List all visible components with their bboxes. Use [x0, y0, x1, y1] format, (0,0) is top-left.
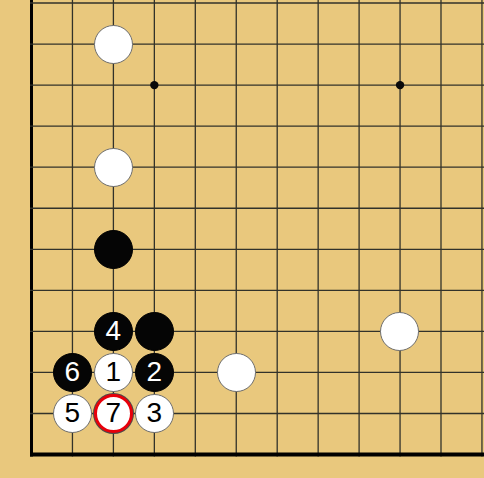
stone-white — [217, 353, 256, 392]
stone-white-move-7-last-move-red-circle: 7 — [94, 394, 133, 433]
stone-white — [94, 25, 133, 64]
stone-black — [135, 312, 174, 351]
stone-black — [94, 230, 133, 269]
go-diagram-screenshot: 4612573 — [0, 0, 484, 478]
go-board[interactable]: 4612573 — [11, 0, 484, 475]
stone-white-move-5: 5 — [53, 394, 92, 433]
stone-white — [380, 312, 419, 351]
stone-black-move-2: 2 — [135, 353, 174, 392]
stone-white-move-1: 1 — [94, 353, 133, 392]
stone-white-move-3: 3 — [135, 394, 174, 433]
stone-black-move-6: 6 — [53, 353, 92, 392]
stone-white — [94, 148, 133, 187]
stone-black-move-4: 4 — [94, 312, 133, 351]
